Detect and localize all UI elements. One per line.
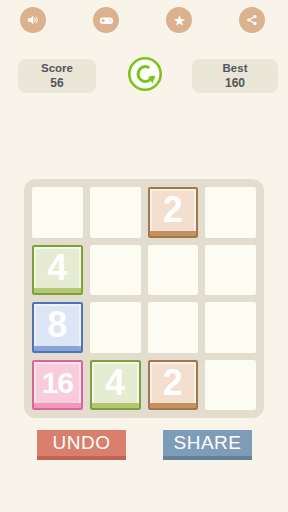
tile-4: 4 [32,245,83,296]
board-cell [205,360,256,411]
board-cell: 16 [32,360,83,411]
board-cell [205,245,256,296]
board-cell: 4 [32,245,83,296]
tile-2: 2 [148,187,199,238]
restart-icon [127,56,163,92]
board-cell: 2 [148,187,199,238]
board-cell [90,245,141,296]
board-cell [32,187,83,238]
best-panel: Best 160 [192,59,278,93]
score-label: Score [41,61,73,75]
share-icon [244,12,260,28]
board-cell [90,302,141,353]
restart-button[interactable] [127,56,163,92]
board-cell [205,302,256,353]
board-cell [148,302,199,353]
tile-2: 2 [148,360,199,411]
best-label: Best [223,61,248,75]
board-cell [90,187,141,238]
tile-16: 16 [32,360,83,411]
tile-4: 4 [90,360,141,411]
board-cell [148,245,199,296]
board-cell: 2 [148,360,199,411]
sound-icon [25,12,41,28]
score-panel: Score 56 [18,59,96,93]
sound-button[interactable] [20,7,46,33]
tile-8: 8 [32,302,83,353]
board-cell: 8 [32,302,83,353]
game-screen: Score 56 Best 160 2481642 UNDO SHARE [0,0,288,512]
gamepad-icon [98,12,115,29]
rate-button[interactable] [166,7,192,33]
undo-button[interactable]: UNDO [37,430,126,460]
share-top-button[interactable] [239,7,265,33]
games-button[interactable] [93,7,119,33]
board-cell [205,187,256,238]
star-icon [171,12,188,29]
score-value: 56 [50,76,63,91]
game-board[interactable]: 2481642 [24,179,264,418]
share-button[interactable]: SHARE [163,430,252,460]
board-cell: 4 [90,360,141,411]
best-value: 160 [225,76,245,91]
